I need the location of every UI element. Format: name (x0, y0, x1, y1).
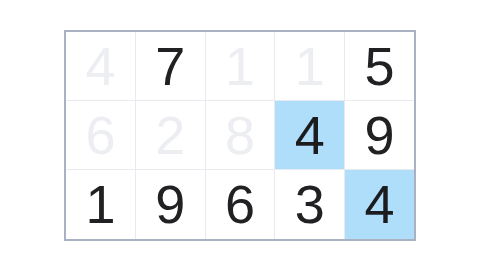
grid-cell-r1c4: 1 (275, 32, 344, 100)
puzzle-grid: 471156284919634 (64, 30, 416, 241)
grid-cell-r2c3: 8 (206, 101, 275, 169)
cell-digit: 6 (225, 177, 255, 231)
cell-digit: 9 (365, 108, 395, 162)
grid-cell-r3c2[interactable]: 9 (136, 170, 205, 238)
cell-digit: 6 (85, 108, 115, 162)
grid-cell-r2c4[interactable]: 4 (275, 101, 344, 169)
puzzle-stage: 471156284919634 (0, 0, 480, 270)
cell-digit: 2 (155, 108, 185, 162)
cell-digit: 3 (295, 177, 325, 231)
grid-cell-r3c3[interactable]: 6 (206, 170, 275, 238)
grid-cell-r3c5[interactable]: 4 (345, 170, 414, 238)
grid-cell-r2c2: 2 (136, 101, 205, 169)
cell-digit: 9 (155, 177, 185, 231)
cell-digit: 4 (365, 177, 395, 231)
grid-cell-r3c4[interactable]: 3 (275, 170, 344, 238)
grid-cell-r2c5[interactable]: 9 (345, 101, 414, 169)
grid-cell-r1c3: 1 (206, 32, 275, 100)
cell-digit: 4 (295, 108, 325, 162)
grid-cell-r1c5[interactable]: 5 (345, 32, 414, 100)
cell-digit: 1 (85, 177, 115, 231)
grid-cell-r1c2[interactable]: 7 (136, 32, 205, 100)
cell-digit: 7 (155, 39, 185, 93)
grid-cell-r3c1[interactable]: 1 (66, 170, 135, 238)
grid-cell-r2c1: 6 (66, 101, 135, 169)
cell-digit: 5 (365, 39, 395, 93)
cell-digit: 8 (225, 108, 255, 162)
grid-cell-r1c1: 4 (66, 32, 135, 100)
cell-digit: 4 (85, 39, 115, 93)
cell-digit: 1 (295, 39, 325, 93)
cell-digit: 1 (225, 39, 255, 93)
